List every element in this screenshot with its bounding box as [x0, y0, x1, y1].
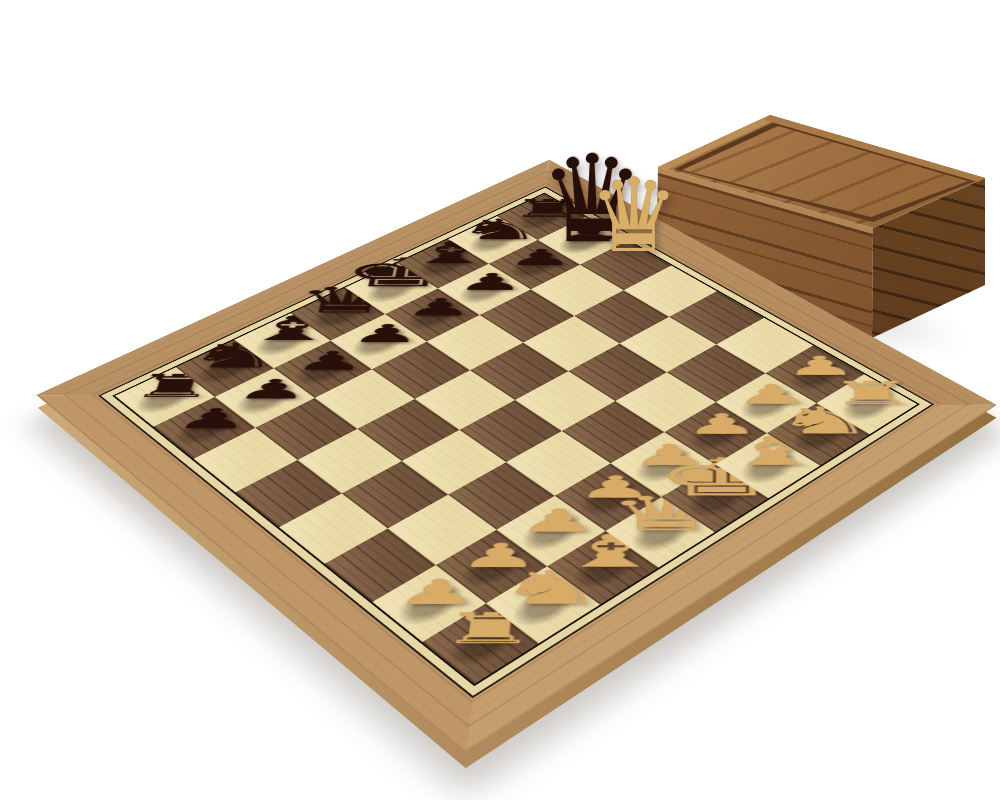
square-b4[interactable] [342, 461, 448, 528]
piece-black-rook[interactable]: ♜ [126, 371, 222, 402]
piece-black-pawn[interactable]: ♟ [402, 296, 475, 320]
square-b5[interactable] [298, 429, 402, 494]
piece-contact-shadow [570, 474, 649, 523]
piece-black-pawn[interactable]: ♟ [171, 405, 254, 433]
piece-contact-shadow [512, 507, 593, 558]
piece-black-pawn[interactable]: ♟ [455, 271, 526, 294]
piece-white-knight[interactable]: ♞ [493, 565, 608, 611]
square-c3[interactable] [448, 462, 555, 530]
square-c4[interactable] [402, 430, 506, 495]
piece-contact-shadow [388, 577, 473, 633]
piece-white-pawn[interactable]: ♟ [575, 472, 654, 503]
square-c5[interactable] [357, 399, 459, 461]
square-d3[interactable] [506, 431, 610, 496]
product-photo-stage: ♜♞♝♛♚♝♞♜♟♟♟♟♟♟♟♟♟♟♟♟♟♟♟♟♜♞♝♛♚♝♞♜ ♛ ♛ [0, 0, 1000, 800]
piece-white-king[interactable]: ♚ [653, 452, 789, 504]
square-e2[interactable]: ♟ [611, 432, 716, 497]
piece-black-pawn[interactable]: ♟ [232, 376, 312, 403]
piece-white-rook[interactable]: ♜ [436, 608, 540, 650]
piece-black-pawn[interactable]: ♟ [348, 321, 423, 346]
piece-white-pawn[interactable]: ♟ [393, 575, 481, 610]
piece-white-pawn[interactable]: ♟ [456, 539, 541, 572]
square-d2[interactable]: ♟ [555, 463, 662, 531]
piece-white-pawn[interactable]: ♟ [517, 505, 599, 537]
square-b2[interactable]: ♟ [436, 530, 547, 604]
piece-white-queen[interactable]: ♛ [604, 489, 729, 538]
square-b6[interactable] [255, 398, 357, 460]
piece-white-bishop[interactable]: ♝ [553, 529, 666, 574]
square-c2[interactable]: ♟ [497, 496, 606, 567]
square-b3[interactable] [388, 495, 497, 565]
piece-black-pawn[interactable]: ♟ [291, 348, 369, 374]
spare-queen-white[interactable]: ♛ [588, 165, 679, 267]
square-e3[interactable] [562, 401, 664, 463]
piece-contact-shadow [451, 541, 534, 595]
square-d4[interactable] [460, 400, 562, 462]
